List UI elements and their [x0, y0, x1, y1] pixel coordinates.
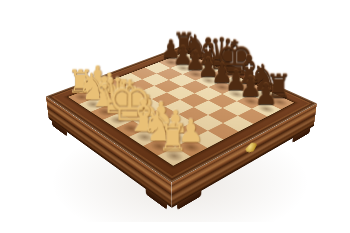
product-photo-scene: ♜♞♝♛♚♝♞♜♟♟♟♟♟♟♟♟♟♟♟♟♟♟♟♟♜♞♝♛♚♝♞♜: [0, 0, 350, 233]
white-rook-icon: ♜: [140, 120, 207, 156]
brass-latch-icon: [245, 139, 258, 156]
black-pawn-icon: ♟: [236, 81, 295, 108]
